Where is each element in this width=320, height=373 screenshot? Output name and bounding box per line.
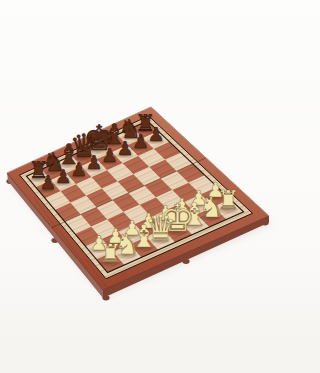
chessboard — [0, 0, 280, 373]
chess-set-photo: ♜♞♝♛♚♝♞♜♟♟♟♟♟♟♟♟♟♟♟♟♟♟♟♟♜♞♝♛♚♝♞♜ — [0, 0, 280, 373]
